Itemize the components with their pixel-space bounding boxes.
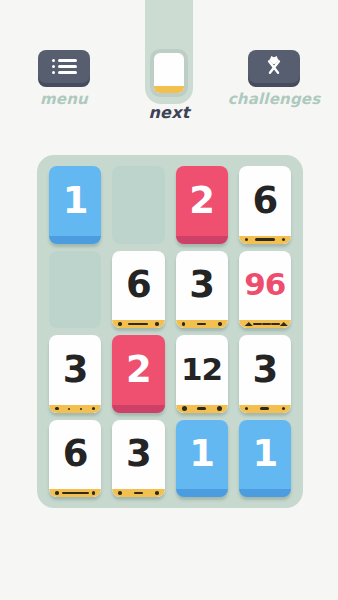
challenges-button[interactable] <box>248 50 300 83</box>
board-cell-r4c2[interactable]: 3 <box>112 420 164 498</box>
mouth-mark-dash <box>262 323 271 326</box>
card-6[interactable]: 6 <box>239 166 291 244</box>
mouth-mark-microdot <box>68 408 70 410</box>
next-card-strip <box>154 86 184 93</box>
mouth-mark-dot <box>155 491 159 495</box>
card-96[interactable]: 96 <box>239 251 291 329</box>
card-value: 1 <box>63 182 88 228</box>
mouth-mark-dash <box>197 323 206 326</box>
challenges-label: challenges <box>214 90 334 108</box>
menu-label: menu <box>14 90 114 108</box>
mouth-mark-dot <box>118 322 122 326</box>
mouth-mark-line <box>128 323 148 326</box>
card-value: 2 <box>126 351 151 397</box>
card-3[interactable]: 3 <box>112 420 164 498</box>
threes-game-screen: next menu challenges 1266396321236311 <box>0 0 338 600</box>
card-value: 3 <box>126 435 151 481</box>
card-value: 3 <box>189 266 214 312</box>
card-1[interactable]: 1 <box>49 166 101 244</box>
card-value: 2 <box>189 182 214 228</box>
card-2[interactable]: 2 <box>112 335 164 413</box>
card-value: 6 <box>126 266 151 312</box>
board-cell-r2c3[interactable]: 3 <box>176 251 228 329</box>
mouth-mark-longline <box>62 492 89 495</box>
mouth-mark-dot <box>55 407 59 411</box>
card-2[interactable]: 2 <box>176 166 228 244</box>
board-cell-r4c4[interactable]: 1 <box>239 420 291 498</box>
mouth-mark-dash <box>134 492 143 495</box>
board-cell-r4c1[interactable]: 6 <box>49 420 101 498</box>
mouth-mark-dash <box>253 323 262 326</box>
card-value: 1 <box>253 435 278 481</box>
card-3[interactable]: 3 <box>176 251 228 329</box>
card-bottom-strip <box>239 236 291 244</box>
card-12[interactable]: 12 <box>176 335 228 413</box>
mouth-mark-microdot <box>80 408 82 410</box>
card-6[interactable]: 6 <box>112 251 164 329</box>
card-value: 96 <box>244 269 285 309</box>
card-bottom-strip <box>176 489 228 497</box>
mouth-mark-dot <box>118 491 122 495</box>
card-bottom-strip <box>112 405 164 413</box>
card-6[interactable]: 6 <box>49 420 101 498</box>
mouth-mark-bigdot <box>217 406 222 411</box>
mouth-mark-dot <box>282 407 286 411</box>
card-value: 3 <box>63 351 88 397</box>
mouth-mark-dot <box>282 238 286 242</box>
mouth-mark-line <box>255 238 275 241</box>
card-value: 1 <box>189 435 214 481</box>
next-card-tray <box>145 0 193 104</box>
mouth-mark-dot <box>92 491 96 495</box>
card-1[interactable]: 1 <box>176 420 228 498</box>
card-value: 6 <box>63 435 88 481</box>
menu-list-icon <box>52 59 77 74</box>
menu-button[interactable] <box>38 50 90 83</box>
mouth-mark-tri <box>280 322 288 326</box>
card-bottom-strip <box>176 320 228 328</box>
card-bottom-strip <box>49 405 101 413</box>
card-bottom-strip <box>49 236 101 244</box>
card-bottom-strip <box>49 489 101 497</box>
mouth-mark-dot <box>155 322 159 326</box>
board-cell-r4c3[interactable]: 1 <box>176 420 228 498</box>
board-cell-r1c4[interactable]: 6 <box>239 166 291 244</box>
board-cell-r2c1 <box>49 251 101 329</box>
card-3[interactable]: 3 <box>49 335 101 413</box>
board-cell-r1c2 <box>112 166 164 244</box>
card-bottom-strip <box>176 405 228 413</box>
next-label: next <box>119 103 219 122</box>
board-cell-r2c2[interactable]: 6 <box>112 251 164 329</box>
mouth-mark-dot <box>245 238 249 242</box>
board-cell-r3c1[interactable]: 3 <box>49 335 101 413</box>
card-value: 3 <box>253 351 278 397</box>
mouth-mark-dot <box>55 491 59 495</box>
card-bottom-strip <box>239 489 291 497</box>
card-value: 6 <box>253 182 278 228</box>
mouth-mark-dash <box>260 407 269 410</box>
mouth-mark-dot <box>218 322 222 326</box>
card-3[interactable]: 3 <box>239 335 291 413</box>
mouth-mark-tri <box>245 322 253 326</box>
mouth-mark-dash <box>197 407 206 410</box>
card-1[interactable]: 1 <box>239 420 291 498</box>
board-cell-r3c4[interactable]: 3 <box>239 335 291 413</box>
card-bottom-strip <box>112 320 164 328</box>
card-bottom-strip <box>239 320 291 328</box>
mouth-mark-dot <box>182 322 186 326</box>
crossed-flags-icon <box>261 55 287 79</box>
game-board[interactable]: 1266396321236311 <box>37 155 303 508</box>
board-cell-r3c2[interactable]: 2 <box>112 335 164 413</box>
mouth-mark-dot <box>245 407 249 411</box>
mouth-mark-dash <box>271 323 280 326</box>
board-cell-r3c3[interactable]: 12 <box>176 335 228 413</box>
card-value: 12 <box>181 354 222 394</box>
board-cell-r1c1[interactable]: 1 <box>49 166 101 244</box>
card-bottom-strip <box>176 236 228 244</box>
next-card <box>154 53 184 93</box>
card-bottom-strip <box>239 405 291 413</box>
mouth-mark-bigdot <box>182 406 187 411</box>
card-bottom-strip <box>112 489 164 497</box>
mouth-mark-dot <box>92 407 96 411</box>
board-cell-r2c4[interactable]: 96 <box>239 251 291 329</box>
board-cell-r1c3[interactable]: 2 <box>176 166 228 244</box>
